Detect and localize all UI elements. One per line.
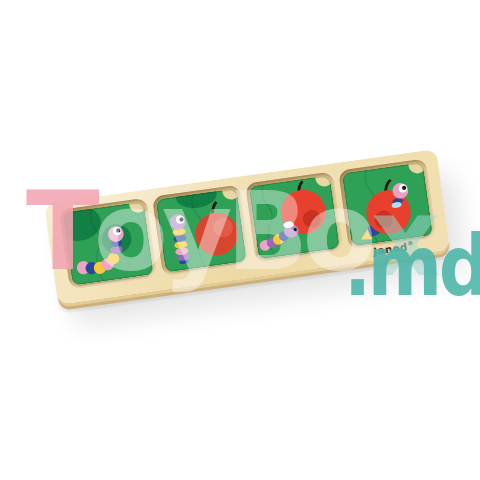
- piece-4-art: [342, 162, 434, 247]
- piece-3-art: [249, 175, 341, 260]
- puzzle-piece-1[interactable]: [62, 201, 154, 286]
- puzzle-piece-2[interactable]: [155, 188, 247, 273]
- registered-mark: ®: [407, 239, 414, 247]
- piece-slot-3: [245, 172, 343, 263]
- piece-2-art: [155, 188, 247, 273]
- piece-slot-1: [59, 198, 157, 289]
- puzzle-board: Janod®: [44, 149, 450, 305]
- piece-slot-2: [152, 185, 250, 276]
- product-photo: Janod® T o y B o x .md: [0, 0, 480, 480]
- puzzle-piece-4[interactable]: [342, 162, 434, 247]
- piece-1-art: [62, 201, 154, 286]
- piece-slot-4: [338, 158, 436, 249]
- puzzle-piece-3[interactable]: [249, 175, 341, 260]
